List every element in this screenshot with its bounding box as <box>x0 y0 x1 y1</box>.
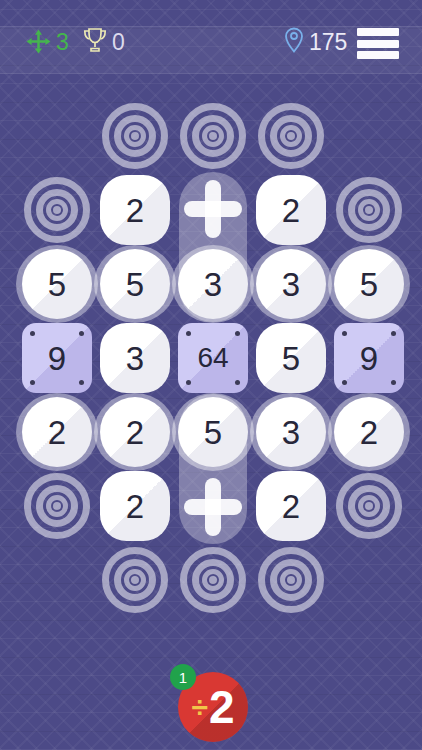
tile-number: 3 <box>282 416 300 449</box>
bullseye-icon <box>180 547 246 613</box>
target-hole[interactable] <box>99 102 171 170</box>
board-cell: 3 <box>99 324 171 392</box>
number-tile[interactable]: 5 <box>22 249 92 319</box>
tile-number: 5 <box>48 268 66 301</box>
bullseye-icon <box>180 103 246 169</box>
tile-number: 9 <box>360 342 378 375</box>
board: 22553359364592253222 <box>21 102 405 614</box>
board-cell: 2 <box>21 398 93 466</box>
location-pin-icon <box>284 27 304 54</box>
number-tile[interactable]: 2 <box>22 397 92 467</box>
moves-value: 3 <box>56 29 69 56</box>
menu-button[interactable] <box>357 28 399 59</box>
bullseye-icon <box>102 547 168 613</box>
target-hole[interactable] <box>333 176 405 244</box>
target-hole[interactable] <box>255 546 327 614</box>
board-cell: 3 <box>177 250 249 318</box>
board-cell: 2 <box>255 176 327 244</box>
target-hole[interactable] <box>21 472 93 540</box>
bullseye-icon <box>258 547 324 613</box>
board-cell: 5 <box>333 250 405 318</box>
board-cell: 3 <box>255 398 327 466</box>
target-hole[interactable] <box>177 546 249 614</box>
level-value: 175 <box>309 29 347 56</box>
board-cell: 2 <box>99 176 171 244</box>
number-tile[interactable]: 2 <box>100 471 170 541</box>
tile-number: 2 <box>282 490 300 523</box>
pinned-number-tile[interactable]: 9 <box>334 323 404 393</box>
count-badge: 1 <box>170 664 196 690</box>
number-tile[interactable]: 2 <box>334 397 404 467</box>
plus-operator-icon <box>184 478 242 536</box>
tile-number: 5 <box>204 416 222 449</box>
tile-number: 2 <box>48 416 66 449</box>
tile-number: 2 <box>126 416 144 449</box>
target-hole[interactable] <box>333 472 405 540</box>
target-hole[interactable] <box>177 102 249 170</box>
bullseye-icon <box>336 177 402 243</box>
game-screen: 3 0 175 22553359364592253222 ÷ 2 1 <box>0 0 422 750</box>
tile-number: 3 <box>282 268 300 301</box>
divide-icon: ÷ <box>191 690 207 724</box>
number-tile[interactable]: 2 <box>256 175 326 245</box>
top-bar: 3 0 175 <box>0 0 422 80</box>
board-cell: 9 <box>333 324 405 392</box>
bullseye-icon <box>258 103 324 169</box>
number-tile[interactable]: 5 <box>178 397 248 467</box>
tile-number: 3 <box>126 342 144 375</box>
board-cell: 2 <box>99 472 171 540</box>
divide-value: 2 <box>209 684 235 730</box>
number-tile[interactable]: 3 <box>256 249 326 319</box>
number-tile[interactable]: 3 <box>256 397 326 467</box>
trophies-value: 0 <box>112 29 125 56</box>
pinned-number-tile[interactable]: 64 <box>178 323 248 393</box>
plus-operator-icon <box>184 180 242 238</box>
number-tile[interactable]: 3 <box>178 249 248 319</box>
number-tile[interactable]: 3 <box>100 323 170 393</box>
bullseye-icon <box>24 177 90 243</box>
tile-number: 5 <box>360 268 378 301</box>
tile-number: 64 <box>197 344 228 372</box>
tile-number: 2 <box>282 194 300 227</box>
number-tile[interactable]: 2 <box>100 175 170 245</box>
tile-number: 9 <box>48 342 66 375</box>
target-hole[interactable] <box>255 102 327 170</box>
board-cell: 5 <box>177 398 249 466</box>
bullseye-icon <box>102 103 168 169</box>
board-cell: 64 <box>177 324 249 392</box>
board-cell: 5 <box>99 250 171 318</box>
number-tile[interactable]: 5 <box>256 323 326 393</box>
board-cell: 2 <box>99 398 171 466</box>
target-hole[interactable] <box>99 546 171 614</box>
trophy-icon <box>83 26 107 54</box>
tile-number: 3 <box>204 268 222 301</box>
tile-number: 5 <box>126 268 144 301</box>
hamburger-menu-icon <box>357 28 399 36</box>
board-cell: 5 <box>21 250 93 318</box>
tile-number: 2 <box>126 194 144 227</box>
bullseye-icon <box>336 473 402 539</box>
tile-number: 5 <box>282 342 300 375</box>
pinned-number-tile[interactable]: 9 <box>22 323 92 393</box>
target-hole[interactable] <box>21 176 93 244</box>
number-tile[interactable]: 5 <box>100 249 170 319</box>
board-cell: 3 <box>255 250 327 318</box>
number-tile[interactable]: 5 <box>334 249 404 319</box>
board-cell: 2 <box>333 398 405 466</box>
tile-number: 2 <box>126 490 144 523</box>
tile-number: 2 <box>360 416 378 449</box>
bullseye-icon <box>24 473 90 539</box>
board-cell: 9 <box>21 324 93 392</box>
board-cell: 2 <box>255 472 327 540</box>
number-tile[interactable]: 2 <box>100 397 170 467</box>
number-tile[interactable]: 2 <box>256 471 326 541</box>
board-cell: 5 <box>255 324 327 392</box>
move-arrows-icon <box>26 29 51 54</box>
